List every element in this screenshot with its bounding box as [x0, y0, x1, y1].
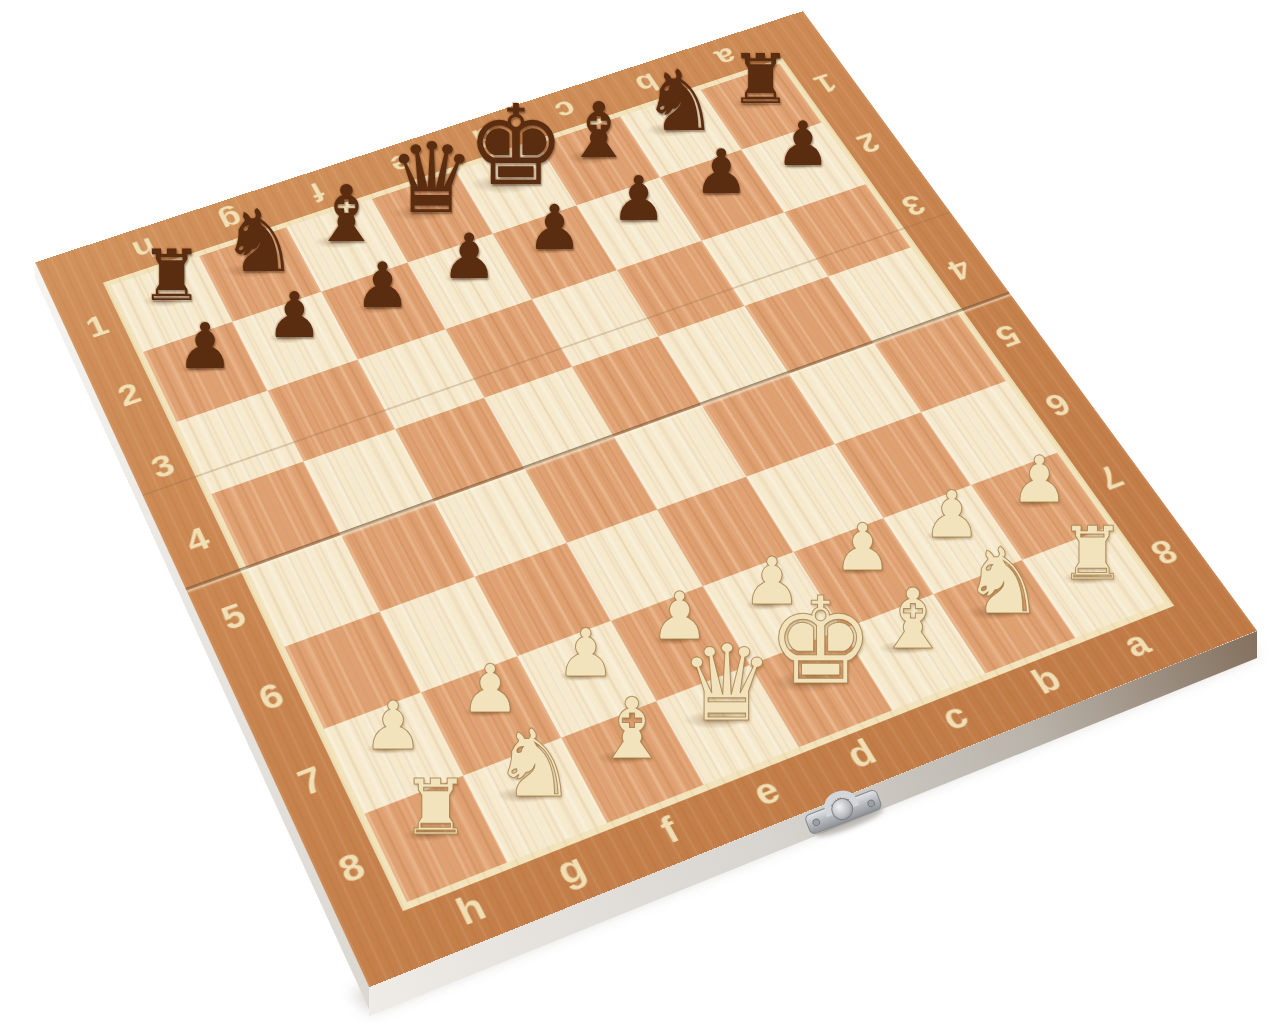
clasp-layer [0, 0, 1280, 1024]
clasp-latch [801, 782, 885, 843]
photo-stage: aabbccddeeffgghh1122334455667788 ♜♞♝♚♛♝♞… [0, 0, 1280, 1024]
